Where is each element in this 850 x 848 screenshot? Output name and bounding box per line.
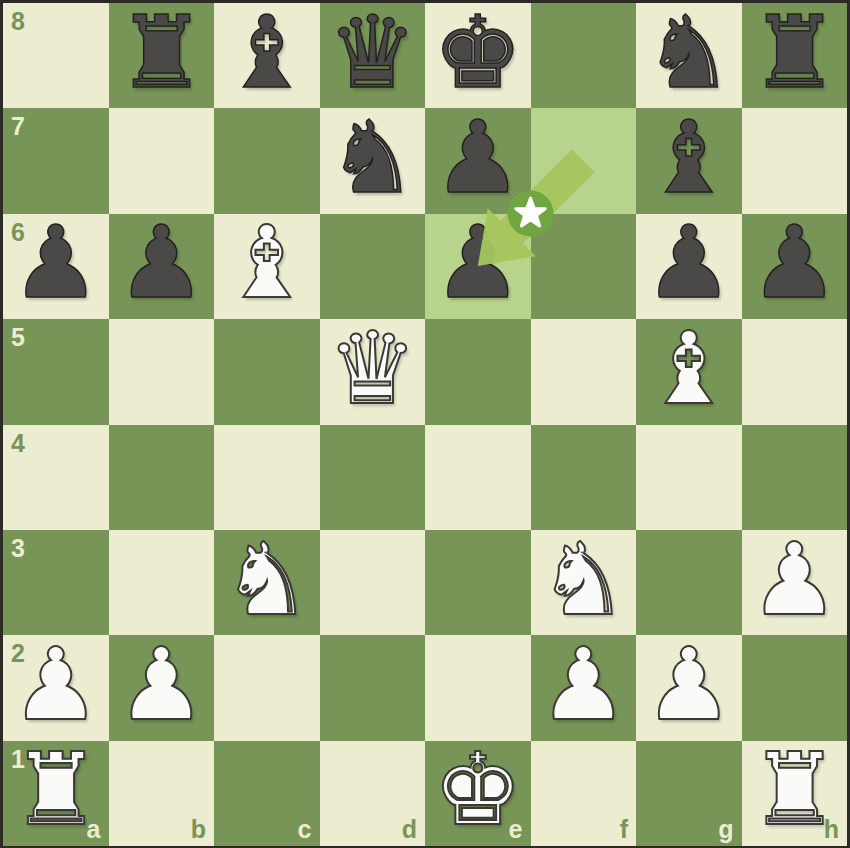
file-label-g: g: [718, 817, 733, 842]
square-b8[interactable]: ♜: [109, 3, 215, 108]
piece-black-rook[interactable]: ♜: [109, 3, 215, 108]
file-label-f: f: [620, 817, 628, 842]
square-f2[interactable]: ♟: [531, 635, 637, 740]
square-g7[interactable]: ♝: [636, 108, 742, 213]
square-d8[interactable]: ♛: [320, 3, 426, 108]
square-c3[interactable]: ♞: [214, 530, 320, 635]
square-d3[interactable]: [320, 530, 426, 635]
square-g2[interactable]: ♟: [636, 635, 742, 740]
square-b3[interactable]: [109, 530, 215, 635]
piece-white-pawn[interactable]: ♟: [109, 635, 215, 740]
piece-black-pawn[interactable]: ♟: [425, 108, 531, 213]
piece-black-rook[interactable]: ♜: [742, 3, 848, 108]
square-d7[interactable]: ♞: [320, 108, 426, 213]
piece-white-king[interactable]: ♚: [425, 741, 531, 846]
piece-black-knight[interactable]: ♞: [320, 108, 426, 213]
square-b2[interactable]: ♟: [109, 635, 215, 740]
piece-black-king[interactable]: ♚: [425, 3, 531, 108]
square-g6[interactable]: ♟: [636, 214, 742, 319]
square-f4[interactable]: [531, 425, 637, 530]
square-e6[interactable]: ♟: [425, 214, 531, 319]
piece-white-pawn[interactable]: ♟: [531, 635, 637, 740]
square-f1[interactable]: f: [531, 741, 637, 846]
square-a4[interactable]: 4: [3, 425, 109, 530]
file-label-d: d: [402, 817, 417, 842]
square-d1[interactable]: d: [320, 741, 426, 846]
piece-white-rook[interactable]: ♜: [742, 741, 848, 846]
square-f3[interactable]: ♞: [531, 530, 637, 635]
piece-white-queen[interactable]: ♛: [320, 319, 426, 424]
piece-white-rook[interactable]: ♜: [3, 741, 109, 846]
square-a2[interactable]: 2♟: [3, 635, 109, 740]
square-a7[interactable]: 7: [3, 108, 109, 213]
square-h6[interactable]: ♟: [742, 214, 848, 319]
square-h4[interactable]: [742, 425, 848, 530]
square-g3[interactable]: [636, 530, 742, 635]
square-g4[interactable]: [636, 425, 742, 530]
square-c2[interactable]: [214, 635, 320, 740]
piece-white-bishop[interactable]: ♝: [214, 214, 320, 319]
square-h3[interactable]: ♟: [742, 530, 848, 635]
square-e5[interactable]: [425, 319, 531, 424]
piece-white-knight[interactable]: ♞: [531, 530, 637, 635]
piece-black-knight[interactable]: ♞: [636, 3, 742, 108]
square-f7[interactable]: [531, 108, 637, 213]
square-c5[interactable]: [214, 319, 320, 424]
square-f8[interactable]: [531, 3, 637, 108]
square-b1[interactable]: b: [109, 741, 215, 846]
square-d5[interactable]: ♛: [320, 319, 426, 424]
square-e4[interactable]: [425, 425, 531, 530]
square-c7[interactable]: [214, 108, 320, 213]
square-b7[interactable]: [109, 108, 215, 213]
square-c1[interactable]: c: [214, 741, 320, 846]
chess-board: 8♜♝♛♚♞♜7♞♟♝6♟♟♝♟♟♟5♛♝43♞♞♟2♟♟♟♟1a♜bcde♚f…: [0, 0, 850, 848]
square-a3[interactable]: 3: [3, 530, 109, 635]
piece-white-knight[interactable]: ♞: [214, 530, 320, 635]
rank-label-5: 5: [11, 325, 25, 350]
square-h7[interactable]: [742, 108, 848, 213]
rank-label-3: 3: [11, 536, 25, 561]
file-label-c: c: [298, 817, 312, 842]
square-g5[interactable]: ♝: [636, 319, 742, 424]
square-d6[interactable]: [320, 214, 426, 319]
square-f6[interactable]: [531, 214, 637, 319]
square-f5[interactable]: [531, 319, 637, 424]
file-label-b: b: [191, 817, 206, 842]
piece-black-pawn[interactable]: ♟: [109, 214, 215, 319]
square-g8[interactable]: ♞: [636, 3, 742, 108]
piece-black-queen[interactable]: ♛: [320, 3, 426, 108]
square-b6[interactable]: ♟: [109, 214, 215, 319]
rank-label-4: 4: [11, 431, 25, 456]
piece-white-pawn[interactable]: ♟: [3, 635, 109, 740]
square-h8[interactable]: ♜: [742, 3, 848, 108]
piece-white-pawn[interactable]: ♟: [742, 530, 848, 635]
piece-black-pawn[interactable]: ♟: [425, 214, 531, 319]
piece-black-bishop[interactable]: ♝: [636, 108, 742, 213]
square-e7[interactable]: ♟: [425, 108, 531, 213]
square-d4[interactable]: [320, 425, 426, 530]
square-e3[interactable]: [425, 530, 531, 635]
board-grid: 8♜♝♛♚♞♜7♞♟♝6♟♟♝♟♟♟5♛♝43♞♞♟2♟♟♟♟1a♜bcde♚f…: [3, 3, 847, 846]
square-b5[interactable]: [109, 319, 215, 424]
square-e1[interactable]: e♚: [425, 741, 531, 846]
piece-black-pawn[interactable]: ♟: [3, 214, 109, 319]
piece-white-bishop[interactable]: ♝: [636, 319, 742, 424]
square-e8[interactable]: ♚: [425, 3, 531, 108]
rank-label-8: 8: [11, 9, 25, 34]
square-a6[interactable]: 6♟: [3, 214, 109, 319]
piece-white-pawn[interactable]: ♟: [636, 635, 742, 740]
square-g1[interactable]: g: [636, 741, 742, 846]
square-a8[interactable]: 8: [3, 3, 109, 108]
square-a1[interactable]: 1a♜: [3, 741, 109, 846]
square-c4[interactable]: [214, 425, 320, 530]
square-d2[interactable]: [320, 635, 426, 740]
rank-label-7: 7: [11, 114, 25, 139]
square-h2[interactable]: [742, 635, 848, 740]
square-c8[interactable]: ♝: [214, 3, 320, 108]
piece-black-pawn[interactable]: ♟: [636, 214, 742, 319]
square-b4[interactable]: [109, 425, 215, 530]
piece-black-bishop[interactable]: ♝: [214, 3, 320, 108]
square-c6[interactable]: ♝: [214, 214, 320, 319]
square-h1[interactable]: h♜: [742, 741, 848, 846]
square-a5[interactable]: 5: [3, 319, 109, 424]
square-h5[interactable]: [742, 319, 848, 424]
square-e2[interactable]: [425, 635, 531, 740]
piece-black-pawn[interactable]: ♟: [742, 214, 848, 319]
